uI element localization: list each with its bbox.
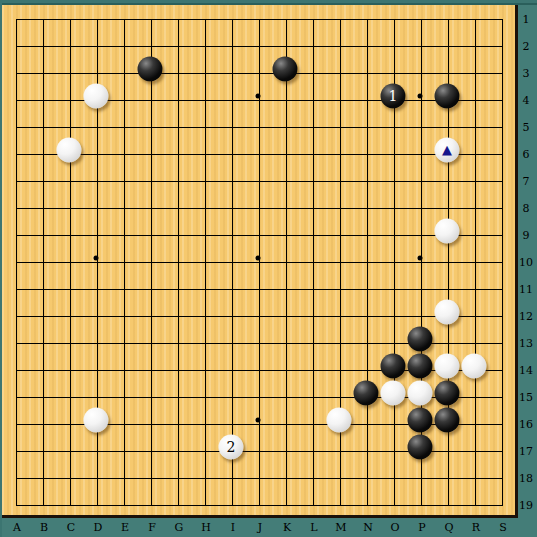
column-label: L — [301, 519, 327, 537]
row-label: 18 — [515, 465, 537, 492]
black-stone[interactable] — [354, 381, 379, 406]
column-label: C — [58, 519, 84, 537]
star-point — [256, 94, 261, 99]
column-label: A — [4, 519, 30, 537]
column-label: J — [247, 519, 273, 537]
row-label: 14 — [515, 357, 537, 384]
column-label: P — [409, 519, 435, 537]
white-stone[interactable]: 2 — [219, 435, 244, 460]
star-point — [418, 94, 423, 99]
column-label: N — [355, 519, 381, 537]
row-label: 19 — [515, 492, 537, 519]
row-label: 4 — [515, 87, 537, 114]
star-point — [418, 256, 423, 261]
white-stone[interactable] — [435, 354, 460, 379]
column-label: I — [220, 519, 246, 537]
white-stone[interactable] — [435, 300, 460, 325]
star-point — [256, 256, 261, 261]
white-stone[interactable] — [435, 219, 460, 244]
row-label: 15 — [515, 384, 537, 411]
black-stone[interactable] — [381, 354, 406, 379]
move-number-label: 1 — [389, 88, 398, 102]
column-label: K — [274, 519, 300, 537]
column-label: E — [112, 519, 138, 537]
white-stone[interactable] — [57, 138, 82, 163]
row-label: 5 — [515, 114, 537, 141]
star-point — [256, 418, 261, 423]
column-label: S — [490, 519, 516, 537]
black-stone[interactable] — [435, 84, 460, 109]
row-label: 12 — [515, 303, 537, 330]
white-stone[interactable] — [84, 408, 109, 433]
row-label: 13 — [515, 330, 537, 357]
column-label: G — [166, 519, 192, 537]
column-label: Q — [436, 519, 462, 537]
black-stone[interactable] — [435, 381, 460, 406]
column-label: M — [328, 519, 354, 537]
column-label: H — [193, 519, 219, 537]
row-label: 11 — [515, 276, 537, 303]
triangle-marker-icon: ▲ — [442, 143, 452, 156]
black-stone[interactable] — [273, 57, 298, 82]
row-label: 9 — [515, 222, 537, 249]
go-app-window: 1▲2 ABCDEFGHIJKLMNOPQRS 1234567891011121… — [0, 0, 537, 537]
column-label: O — [382, 519, 408, 537]
row-label: 17 — [515, 438, 537, 465]
black-stone[interactable] — [138, 57, 163, 82]
row-label: 1 — [515, 6, 537, 33]
column-label: D — [85, 519, 111, 537]
white-stone[interactable] — [327, 408, 352, 433]
window-top-edge — [0, 0, 537, 5]
white-stone[interactable] — [462, 354, 487, 379]
row-label: 2 — [515, 33, 537, 60]
black-stone[interactable] — [435, 408, 460, 433]
column-label: R — [463, 519, 489, 537]
row-label: 16 — [515, 411, 537, 438]
black-stone[interactable] — [408, 327, 433, 352]
column-labels: ABCDEFGHIJKLMNOPQRS — [0, 519, 537, 537]
white-stone[interactable] — [381, 381, 406, 406]
row-label: 6 — [515, 141, 537, 168]
row-label: 8 — [515, 195, 537, 222]
white-stone[interactable]: ▲ — [435, 138, 460, 163]
go-board[interactable]: 1▲2 — [2, 5, 518, 518]
row-label: 10 — [515, 249, 537, 276]
white-stone[interactable] — [408, 381, 433, 406]
column-label: B — [31, 519, 57, 537]
white-stone[interactable] — [84, 84, 109, 109]
window-left-edge — [0, 0, 2, 537]
row-labels: 12345678910111213141516171819 — [515, 0, 537, 537]
row-label: 7 — [515, 168, 537, 195]
black-stone[interactable] — [408, 435, 433, 460]
star-point — [94, 256, 99, 261]
black-stone[interactable]: 1 — [381, 84, 406, 109]
column-label: F — [139, 519, 165, 537]
black-stone[interactable] — [408, 354, 433, 379]
move-number-label: 2 — [227, 439, 236, 453]
black-stone[interactable] — [408, 408, 433, 433]
row-label: 3 — [515, 60, 537, 87]
